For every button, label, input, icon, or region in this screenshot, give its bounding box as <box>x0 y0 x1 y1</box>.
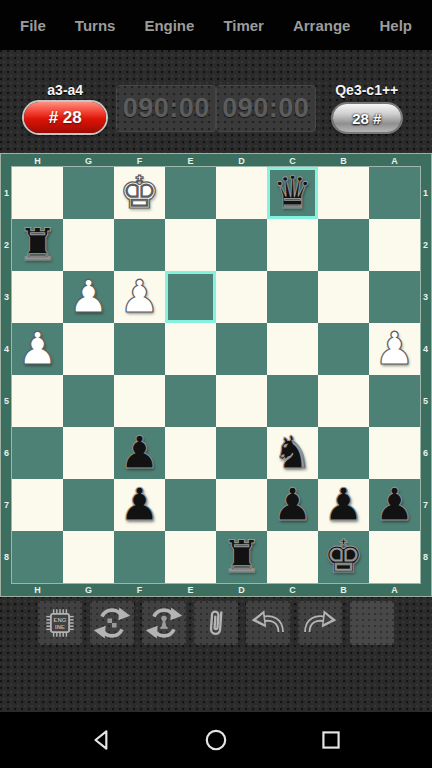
rotate-board-icon <box>92 603 132 643</box>
square-d4[interactable] <box>216 323 267 375</box>
rank-label-right-5: 5 <box>420 375 431 427</box>
black-queen-c1[interactable]: ♛ <box>272 167 312 219</box>
square-d1[interactable] <box>216 167 267 219</box>
file-label-bottom-d: D <box>216 583 267 596</box>
black-king-b8[interactable]: ♚ <box>323 531 363 583</box>
menu-engine[interactable]: Engine <box>144 17 194 34</box>
board-corner <box>420 154 431 167</box>
square-d3[interactable] <box>216 271 267 323</box>
black-knight-c6[interactable]: ♞ <box>272 427 312 479</box>
white-pawn-h4[interactable]: ♟ <box>17 323 57 375</box>
square-e1[interactable] <box>165 167 216 219</box>
black-move-badge[interactable]: 28 # <box>333 104 401 132</box>
home-circle-icon[interactable] <box>203 727 229 753</box>
rank-label-left-4: 4 <box>1 323 12 375</box>
main-content: a3-a4 # 28 090:00 090:00 Qe3-c1++ 28 # H… <box>0 50 432 712</box>
square-d8[interactable]: ♜ <box>216 531 267 583</box>
square-b3[interactable] <box>318 271 369 323</box>
square-e8[interactable] <box>165 531 216 583</box>
square-f8[interactable] <box>114 531 165 583</box>
square-f2[interactable] <box>114 219 165 271</box>
square-d2[interactable] <box>216 219 267 271</box>
square-c3[interactable] <box>267 271 318 323</box>
status-row: a3-a4 # 28 090:00 090:00 Qe3-c1++ 28 # <box>0 82 432 140</box>
square-h4[interactable]: ♟ <box>12 323 63 375</box>
square-f3[interactable]: ♟ <box>114 271 165 323</box>
square-h1[interactable] <box>12 167 63 219</box>
square-b4[interactable] <box>318 323 369 375</box>
android-navbar <box>0 712 432 768</box>
rank-label-right-4: 4 <box>420 323 431 375</box>
rank-label-left-5: 5 <box>1 375 12 427</box>
rank-label-right-1: 1 <box>420 167 431 219</box>
square-h3[interactable] <box>12 271 63 323</box>
file-label-top-e: E <box>165 154 216 167</box>
square-b6[interactable] <box>318 427 369 479</box>
rank-label-right-6: 6 <box>420 427 431 479</box>
white-pawn-g3[interactable]: ♟ <box>68 271 108 323</box>
svg-text:ENG: ENG <box>54 617 67 623</box>
square-e7[interactable] <box>165 479 216 531</box>
square-g6[interactable] <box>63 427 114 479</box>
square-a4[interactable]: ♟ <box>369 323 420 375</box>
paperclip-icon <box>196 603 236 643</box>
menu-timer[interactable]: Timer <box>223 17 264 34</box>
square-e3[interactable] <box>165 271 216 323</box>
square-a3[interactable] <box>369 271 420 323</box>
black-pawn-f6[interactable]: ♟ <box>119 427 159 479</box>
file-label-bottom-e: E <box>165 583 216 596</box>
square-a1[interactable] <box>369 167 420 219</box>
toolbar: ENG INE <box>0 601 432 645</box>
menu-file[interactable]: File <box>20 17 46 34</box>
toolbar-empty-slot <box>350 601 394 645</box>
rotate-pieces-button[interactable] <box>142 601 186 645</box>
app-screen: File Turns Engine Timer Arrange Help a3-… <box>0 0 432 768</box>
menu-turns[interactable]: Turns <box>75 17 116 34</box>
rank-label-right-3: 3 <box>420 271 431 323</box>
square-c4[interactable] <box>267 323 318 375</box>
square-h5[interactable] <box>12 375 63 427</box>
square-d7[interactable] <box>216 479 267 531</box>
black-rook-d8[interactable]: ♜ <box>221 531 261 583</box>
board-grid: HGFEDCBA1♚♛12♜23♟♟34♟♟4556♟♞67♟♟♟♟78♜♚8H… <box>0 153 432 597</box>
rank-label-left-1: 1 <box>1 167 12 219</box>
black-pawn-b7[interactable]: ♟ <box>323 479 363 531</box>
square-c5[interactable] <box>267 375 318 427</box>
white-pawn-f3[interactable]: ♟ <box>119 271 159 323</box>
back-triangle-icon[interactable] <box>89 727 115 753</box>
black-rook-h2[interactable]: ♜ <box>17 219 57 271</box>
square-g7[interactable] <box>63 479 114 531</box>
file-label-bottom-a: A <box>369 583 420 596</box>
square-b1[interactable] <box>318 167 369 219</box>
white-king-f1[interactable]: ♚ <box>119 167 159 219</box>
square-e2[interactable] <box>165 219 216 271</box>
square-c8[interactable] <box>267 531 318 583</box>
menu-help[interactable]: Help <box>379 17 412 34</box>
file-label-top-g: G <box>63 154 114 167</box>
square-a2[interactable] <box>369 219 420 271</box>
file-label-top-b: B <box>318 154 369 167</box>
menubar: File Turns Engine Timer Arrange Help <box>0 0 432 50</box>
file-label-bottom-f: F <box>114 583 165 596</box>
file-label-bottom-h: H <box>12 583 63 596</box>
square-f6[interactable]: ♟ <box>114 427 165 479</box>
black-pawn-f7[interactable]: ♟ <box>119 479 159 531</box>
undo-button[interactable] <box>246 601 290 645</box>
rotate-pieces-icon <box>144 603 184 643</box>
file-label-bottom-g: G <box>63 583 114 596</box>
square-g3[interactable]: ♟ <box>63 271 114 323</box>
board-corner <box>1 154 12 167</box>
rank-label-left-8: 8 <box>1 531 12 583</box>
file-label-bottom-b: B <box>318 583 369 596</box>
square-b7[interactable]: ♟ <box>318 479 369 531</box>
square-c6[interactable]: ♞ <box>267 427 318 479</box>
square-c7[interactable]: ♟ <box>267 479 318 531</box>
rotate-board-button[interactable] <box>90 601 134 645</box>
square-c2[interactable] <box>267 219 318 271</box>
square-a7[interactable]: ♟ <box>369 479 420 531</box>
black-pawn-c7[interactable]: ♟ <box>272 479 312 531</box>
file-label-top-h: H <box>12 154 63 167</box>
black-pawn-a7[interactable]: ♟ <box>374 479 414 531</box>
attach-button[interactable] <box>194 601 238 645</box>
rank-label-left-2: 2 <box>1 219 12 271</box>
square-h8[interactable] <box>12 531 63 583</box>
redo-button[interactable] <box>298 601 342 645</box>
square-f5[interactable] <box>114 375 165 427</box>
rank-label-left-6: 6 <box>1 427 12 479</box>
white-pawn-a4[interactable]: ♟ <box>374 323 414 375</box>
rank-label-right-7: 7 <box>420 479 431 531</box>
recents-square-icon[interactable] <box>318 727 344 753</box>
square-e5[interactable] <box>165 375 216 427</box>
white-move-badge[interactable]: # 28 <box>24 102 106 133</box>
file-label-bottom-c: C <box>267 583 318 596</box>
square-a8[interactable] <box>369 531 420 583</box>
square-b2[interactable] <box>318 219 369 271</box>
square-b5[interactable] <box>318 375 369 427</box>
svg-text:INE: INE <box>55 624 65 630</box>
square-f1[interactable]: ♚ <box>114 167 165 219</box>
white-clock[interactable]: 090:00 <box>116 85 216 132</box>
square-g5[interactable] <box>63 375 114 427</box>
engine-button[interactable]: ENG INE <box>38 601 82 645</box>
square-g4[interactable] <box>63 323 114 375</box>
square-a5[interactable] <box>369 375 420 427</box>
square-b8[interactable]: ♚ <box>318 531 369 583</box>
square-a6[interactable] <box>369 427 420 479</box>
square-h2[interactable]: ♜ <box>12 219 63 271</box>
square-e4[interactable] <box>165 323 216 375</box>
board-corner <box>420 583 431 596</box>
menu-arrange[interactable]: Arrange <box>293 17 351 34</box>
undo-arrow-icon <box>248 603 288 643</box>
square-f4[interactable] <box>114 323 165 375</box>
black-clock[interactable]: 090:00 <box>216 85 316 132</box>
square-f7[interactable]: ♟ <box>114 479 165 531</box>
square-c1[interactable]: ♛ <box>267 167 318 219</box>
rank-label-left-3: 3 <box>1 271 12 323</box>
square-g1[interactable] <box>63 167 114 219</box>
white-last-move: a3-a4 <box>47 82 83 98</box>
redo-arrow-icon <box>300 603 340 643</box>
rank-label-right-8: 8 <box>420 531 431 583</box>
square-h6[interactable] <box>12 427 63 479</box>
black-status: Qe3-c1++ 28 # <box>316 82 418 132</box>
square-g2[interactable] <box>63 219 114 271</box>
board-corner <box>1 583 12 596</box>
engine-chip-icon: ENG INE <box>40 603 80 643</box>
black-last-move: Qe3-c1++ <box>335 82 398 98</box>
square-h7[interactable] <box>12 479 63 531</box>
square-e6[interactable] <box>165 427 216 479</box>
square-d5[interactable] <box>216 375 267 427</box>
rank-label-right-2: 2 <box>420 219 431 271</box>
file-label-top-d: D <box>216 154 267 167</box>
file-label-top-a: A <box>369 154 420 167</box>
white-status: a3-a4 # 28 <box>14 82 116 133</box>
rank-label-left-7: 7 <box>1 479 12 531</box>
square-d6[interactable] <box>216 427 267 479</box>
square-g8[interactable] <box>63 531 114 583</box>
